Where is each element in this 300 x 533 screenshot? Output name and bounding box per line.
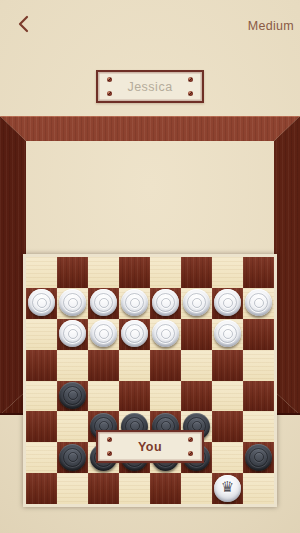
- square-r1c4[interactable]: [119, 257, 150, 288]
- square-r7c2[interactable]: [57, 442, 88, 473]
- piece-ring: [192, 298, 202, 308]
- piece-ring: [68, 298, 78, 308]
- square-r8c5[interactable]: [150, 473, 181, 504]
- square-r1c1[interactable]: [26, 257, 57, 288]
- square-r8c2[interactable]: [57, 473, 88, 504]
- square-r5c5[interactable]: [150, 381, 181, 412]
- screw-icon: [107, 77, 112, 82]
- piece-white-man[interactable]: [121, 289, 148, 316]
- square-r8c7[interactable]: ♛: [212, 473, 243, 504]
- square-r2c3[interactable]: [88, 288, 119, 319]
- square-r3c7[interactable]: [212, 319, 243, 350]
- piece-white-man[interactable]: [183, 289, 210, 316]
- piece-white-man[interactable]: [59, 320, 86, 347]
- piece-black-man[interactable]: [245, 444, 272, 471]
- square-r3c4[interactable]: [119, 319, 150, 350]
- square-r2c4[interactable]: [119, 288, 150, 319]
- piece-ring: [68, 452, 78, 462]
- square-r3c1[interactable]: [26, 319, 57, 350]
- piece-white-man[interactable]: [90, 320, 117, 347]
- square-r4c5[interactable]: [150, 350, 181, 381]
- square-r2c1[interactable]: [26, 288, 57, 319]
- piece-ring: [223, 329, 233, 339]
- piece-white-man[interactable]: [28, 289, 55, 316]
- piece-ring: [68, 329, 78, 339]
- piece-ring: [37, 298, 47, 308]
- screw-icon: [188, 91, 193, 96]
- player-name: You: [138, 440, 162, 454]
- square-r3c2[interactable]: [57, 319, 88, 350]
- square-r5c6[interactable]: [181, 381, 212, 412]
- square-r2c7[interactable]: [212, 288, 243, 319]
- square-r3c5[interactable]: [150, 319, 181, 350]
- square-r4c7[interactable]: [212, 350, 243, 381]
- square-r6c8[interactable]: [243, 411, 274, 442]
- screw-icon: [188, 451, 193, 456]
- piece-white-king[interactable]: ♛: [214, 475, 241, 502]
- square-r5c8[interactable]: [243, 381, 274, 412]
- player-nameplate: You: [96, 430, 204, 463]
- square-r4c6[interactable]: [181, 350, 212, 381]
- square-r1c8[interactable]: [243, 257, 274, 288]
- board-field: ♛: [23, 254, 277, 507]
- square-r7c7[interactable]: [212, 442, 243, 473]
- king-crown-icon: ♛: [214, 480, 241, 495]
- back-button[interactable]: [10, 12, 38, 38]
- piece-ring: [161, 329, 171, 339]
- screw-icon: [107, 91, 112, 96]
- piece-ring: [161, 298, 171, 308]
- square-r1c5[interactable]: [150, 257, 181, 288]
- square-r4c4[interactable]: [119, 350, 150, 381]
- chevron-left-icon: [17, 21, 31, 36]
- screw-icon: [188, 77, 193, 82]
- square-r3c8[interactable]: [243, 319, 274, 350]
- square-r8c3[interactable]: [88, 473, 119, 504]
- square-r5c4[interactable]: [119, 381, 150, 412]
- square-r1c2[interactable]: [57, 257, 88, 288]
- game-screen: Medium Jessica ♛ You: [0, 0, 300, 533]
- screw-icon: [107, 451, 112, 456]
- screw-icon: [188, 437, 193, 442]
- square-r4c3[interactable]: [88, 350, 119, 381]
- piece-white-man[interactable]: [214, 289, 241, 316]
- square-r1c3[interactable]: [88, 257, 119, 288]
- piece-ring: [130, 329, 140, 339]
- square-r5c1[interactable]: [26, 381, 57, 412]
- square-r8c8[interactable]: [243, 473, 274, 504]
- board-grid: ♛: [26, 257, 274, 504]
- square-r3c6[interactable]: [181, 319, 212, 350]
- square-r8c4[interactable]: [119, 473, 150, 504]
- opponent-nameplate: Jessica: [96, 70, 204, 103]
- square-r2c5[interactable]: [150, 288, 181, 319]
- checkers-board: ♛: [0, 116, 300, 415]
- frame-highlight-edge: [0, 116, 300, 117]
- square-r2c6[interactable]: [181, 288, 212, 319]
- piece-black-man[interactable]: [59, 382, 86, 409]
- square-r4c2[interactable]: [57, 350, 88, 381]
- piece-white-man[interactable]: [152, 289, 179, 316]
- square-r2c2[interactable]: [57, 288, 88, 319]
- square-r4c8[interactable]: [243, 350, 274, 381]
- square-r4c1[interactable]: [26, 350, 57, 381]
- square-r6c2[interactable]: [57, 411, 88, 442]
- piece-ring: [223, 298, 233, 308]
- square-r5c3[interactable]: [88, 381, 119, 412]
- square-r1c6[interactable]: [181, 257, 212, 288]
- piece-white-man[interactable]: [245, 289, 272, 316]
- piece-black-man[interactable]: [59, 444, 86, 471]
- piece-white-man[interactable]: [90, 289, 117, 316]
- square-r7c1[interactable]: [26, 442, 57, 473]
- piece-white-man[interactable]: [214, 320, 241, 347]
- piece-ring: [254, 298, 264, 308]
- square-r8c1[interactable]: [26, 473, 57, 504]
- piece-ring: [99, 329, 109, 339]
- opponent-name: Jessica: [127, 80, 172, 94]
- difficulty-label: Medium: [248, 19, 294, 33]
- square-r5c7[interactable]: [212, 381, 243, 412]
- screw-icon: [107, 437, 112, 442]
- piece-ring: [99, 298, 109, 308]
- piece-white-man[interactable]: [152, 320, 179, 347]
- square-r7c8[interactable]: [243, 442, 274, 473]
- piece-ring: [68, 390, 78, 400]
- square-r2c8[interactable]: [243, 288, 274, 319]
- square-r6c7[interactable]: [212, 411, 243, 442]
- square-r1c7[interactable]: [212, 257, 243, 288]
- square-r6c1[interactable]: [26, 411, 57, 442]
- square-r8c6[interactable]: [181, 473, 212, 504]
- piece-ring: [130, 298, 140, 308]
- square-r5c2[interactable]: [57, 381, 88, 412]
- piece-white-man[interactable]: [121, 320, 148, 347]
- square-r3c3[interactable]: [88, 319, 119, 350]
- piece-white-man[interactable]: [59, 289, 86, 316]
- piece-ring: [254, 452, 264, 462]
